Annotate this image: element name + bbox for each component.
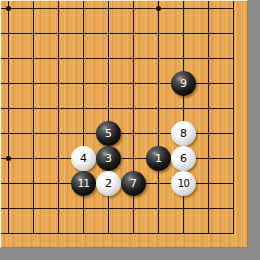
board-cell[interactable] [221,21,246,46]
board-cell[interactable] [121,221,146,246]
board-cell[interactable] [121,121,146,146]
board-cell[interactable] [121,21,146,46]
white-stone-6: 6 [171,146,196,171]
black-stone-7: 7 [121,171,146,196]
board-cell[interactable]: 2 [96,171,121,196]
board-cell[interactable] [46,96,71,121]
board-cell[interactable] [171,96,196,121]
board-cell[interactable]: 8 [171,121,196,146]
board-cell[interactable] [146,96,171,121]
board-cell[interactable] [221,221,246,246]
board-cell[interactable] [0,221,21,246]
board-cell[interactable] [46,146,71,171]
board-cell[interactable] [0,171,21,196]
board-cell[interactable] [221,0,246,21]
board-cell[interactable] [21,71,46,96]
background-margin-bottom [0,248,260,260]
board-cell[interactable] [121,196,146,221]
board-cell[interactable] [171,196,196,221]
board-cell[interactable] [46,221,71,246]
board-cell[interactable] [221,71,246,96]
board-cell[interactable] [96,71,121,96]
board-cell[interactable]: 5 [96,121,121,146]
board-cell[interactable] [71,96,96,121]
board-cell[interactable] [221,46,246,71]
board-cell[interactable] [46,21,71,46]
board-cell[interactable] [46,121,71,146]
board-cell[interactable] [71,0,96,21]
board-cell[interactable] [221,96,246,121]
board-cell[interactable] [71,196,96,221]
star-point [6,6,11,11]
board-cell[interactable] [196,46,221,71]
board-cell[interactable] [146,71,171,96]
board-cell[interactable] [96,96,121,121]
board-cell[interactable] [71,71,96,96]
board-cell[interactable] [121,71,146,96]
board-cell[interactable]: 9 [171,71,196,96]
board-cell[interactable] [121,46,146,71]
board-cell[interactable] [121,0,146,21]
board-cell[interactable]: 6 [171,146,196,171]
board-cell[interactable] [121,146,146,171]
go-board[interactable]: 9584316112710 [0,0,248,248]
board-cell[interactable] [21,46,46,71]
board-cell[interactable] [196,96,221,121]
board-cell[interactable] [221,171,246,196]
board-cell[interactable] [196,121,221,146]
board-cell[interactable] [0,196,21,221]
board-cell[interactable] [71,221,96,246]
white-stone-2: 2 [96,171,121,196]
board-cell[interactable] [96,21,121,46]
board-cell[interactable] [221,146,246,171]
board-cell[interactable] [21,221,46,246]
board-cell[interactable] [171,46,196,71]
background-margin-right [248,0,260,260]
board-cell[interactable] [146,221,171,246]
board-cell[interactable] [21,146,46,171]
star-point [156,6,161,11]
board-cell[interactable] [221,121,246,146]
board-cell[interactable] [0,146,21,171]
board-cell[interactable] [0,46,21,71]
board-cell[interactable] [21,21,46,46]
board-cell[interactable] [71,21,96,46]
board-cell[interactable] [221,196,246,221]
black-stone-3: 3 [96,146,121,171]
board-cell[interactable] [46,196,71,221]
black-stone-9: 9 [171,71,196,96]
board-cell[interactable] [21,0,46,21]
board-cell[interactable] [171,221,196,246]
board-cell[interactable] [146,171,171,196]
board-cell[interactable]: 3 [96,146,121,171]
board-cell[interactable] [146,46,171,71]
board-cell[interactable] [146,196,171,221]
white-stone-10: 10 [171,171,196,196]
board-cell[interactable]: 1 [146,146,171,171]
board-cell[interactable]: 7 [121,171,146,196]
board-cell[interactable]: 10 [171,171,196,196]
board-cell[interactable] [146,21,171,46]
board-grid: 9584316112710 [0,0,246,246]
board-frame: 9584316112710 [0,0,260,260]
board-cell[interactable] [21,196,46,221]
star-point [6,156,11,161]
board-cell[interactable] [46,0,71,21]
board-cell[interactable]: 11 [71,171,96,196]
black-stone-5: 5 [96,121,121,146]
black-stone-11: 11 [71,171,96,196]
board-cell[interactable] [21,121,46,146]
board-cell[interactable] [0,71,21,96]
white-stone-4: 4 [71,146,96,171]
board-cell[interactable] [46,71,71,96]
white-stone-8: 8 [171,121,196,146]
board-cell[interactable] [96,46,121,71]
board-cell[interactable] [96,0,121,21]
board-cell[interactable] [0,96,21,121]
board-cell[interactable] [196,146,221,171]
board-cell[interactable] [46,46,71,71]
board-cell[interactable] [196,71,221,96]
black-stone-1: 1 [146,146,171,171]
board-cell[interactable] [171,0,196,21]
board-cell[interactable] [146,0,171,21]
board-cell[interactable] [21,171,46,196]
board-cell[interactable] [71,46,96,71]
board-cell[interactable] [0,0,21,21]
board-cell[interactable] [21,96,46,121]
board-cell[interactable] [196,171,221,196]
board-cell[interactable]: 4 [71,146,96,171]
board-cell[interactable] [196,21,221,46]
board-cell[interactable] [96,196,121,221]
board-cell[interactable] [71,121,96,146]
board-cell[interactable] [146,121,171,146]
board-cell[interactable] [196,196,221,221]
board-cell[interactable] [171,21,196,46]
board-cell[interactable] [196,221,221,246]
board-cell[interactable] [46,171,71,196]
board-cell[interactable] [0,121,21,146]
board-cell[interactable] [0,21,21,46]
board-cell[interactable] [121,96,146,121]
board-cell[interactable] [196,0,221,21]
board-cell[interactable] [96,221,121,246]
